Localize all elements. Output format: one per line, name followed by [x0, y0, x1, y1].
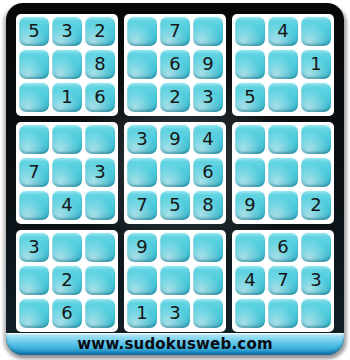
box-2-3: 92	[232, 122, 334, 224]
cell-r8c5[interactable]	[160, 265, 190, 295]
box-2-1: 734	[16, 122, 118, 224]
cell-r6c4[interactable]: 7	[127, 190, 157, 220]
cell-r2c4[interactable]	[127, 49, 157, 79]
cell-r1c6[interactable]	[193, 16, 223, 46]
cell-r8c7[interactable]: 4	[235, 265, 265, 295]
cell-r4c6[interactable]: 4	[193, 124, 223, 154]
cell-r7c2[interactable]	[52, 232, 82, 262]
cell-r4c3[interactable]	[85, 124, 115, 154]
cell-r3c2[interactable]: 1	[52, 82, 82, 112]
cell-r9c7[interactable]	[235, 298, 265, 328]
cell-r4c7[interactable]	[235, 124, 265, 154]
cell-r3c3[interactable]: 6	[85, 82, 115, 112]
cell-r8c4[interactable]	[127, 265, 157, 295]
cell-r8c8[interactable]: 7	[268, 265, 298, 295]
cell-r9c9[interactable]	[301, 298, 331, 328]
cell-r5c8[interactable]	[268, 157, 298, 187]
cell-r1c2[interactable]: 3	[52, 16, 82, 46]
cell-r1c5[interactable]: 7	[160, 16, 190, 46]
cell-r4c4[interactable]: 3	[127, 124, 157, 154]
box-3-2: 913	[124, 230, 226, 332]
cell-r6c8[interactable]	[268, 190, 298, 220]
cell-r7c4[interactable]: 9	[127, 232, 157, 262]
cell-r2c7[interactable]	[235, 49, 265, 79]
cell-r4c5[interactable]: 9	[160, 124, 190, 154]
cell-r5c7[interactable]	[235, 157, 265, 187]
box-1-1: 532816	[16, 14, 118, 116]
cell-r3c9[interactable]	[301, 82, 331, 112]
box-2-2: 3946758	[124, 122, 226, 224]
cell-r6c1[interactable]	[19, 190, 49, 220]
cell-r9c5[interactable]: 3	[160, 298, 190, 328]
cell-r9c1[interactable]	[19, 298, 49, 328]
cell-r5c5[interactable]	[160, 157, 190, 187]
cell-r4c2[interactable]	[52, 124, 82, 154]
cell-r5c3[interactable]: 3	[85, 157, 115, 187]
cell-r4c9[interactable]	[301, 124, 331, 154]
cell-r2c2[interactable]	[52, 49, 82, 79]
cell-r9c8[interactable]	[268, 298, 298, 328]
site-url[interactable]: www.sudokusweb.com	[77, 335, 272, 353]
cell-r2c1[interactable]	[19, 49, 49, 79]
cell-r9c6[interactable]	[193, 298, 223, 328]
cell-r2c6[interactable]: 9	[193, 49, 223, 79]
cell-r1c1[interactable]: 5	[19, 16, 49, 46]
footer-bar: www.sudokusweb.com	[6, 333, 344, 355]
cell-r3c5[interactable]: 2	[160, 82, 190, 112]
cell-r7c1[interactable]: 3	[19, 232, 49, 262]
cell-r2c9[interactable]: 1	[301, 49, 331, 79]
cell-r3c6[interactable]: 3	[193, 82, 223, 112]
cell-r6c5[interactable]: 5	[160, 190, 190, 220]
cell-r9c3[interactable]	[85, 298, 115, 328]
cell-r5c6[interactable]: 6	[193, 157, 223, 187]
cell-r6c3[interactable]	[85, 190, 115, 220]
cell-r4c8[interactable]	[268, 124, 298, 154]
cell-r3c1[interactable]	[19, 82, 49, 112]
cell-r1c8[interactable]: 4	[268, 16, 298, 46]
cell-r5c4[interactable]	[127, 157, 157, 187]
cell-r7c8[interactable]: 6	[268, 232, 298, 262]
cell-r7c3[interactable]	[85, 232, 115, 262]
cell-r5c1[interactable]: 7	[19, 157, 49, 187]
sudoku-widget: 532816769234157343946758923269136473 www…	[6, 3, 344, 355]
cell-r1c4[interactable]	[127, 16, 157, 46]
cell-r1c3[interactable]: 2	[85, 16, 115, 46]
cell-r6c9[interactable]: 2	[301, 190, 331, 220]
cell-r6c2[interactable]: 4	[52, 190, 82, 220]
cell-r6c7[interactable]: 9	[235, 190, 265, 220]
cell-r8c6[interactable]	[193, 265, 223, 295]
cell-r4c1[interactable]	[19, 124, 49, 154]
cell-r9c2[interactable]: 6	[52, 298, 82, 328]
cell-r7c9[interactable]	[301, 232, 331, 262]
cell-r8c3[interactable]	[85, 265, 115, 295]
box-3-3: 6473	[232, 230, 334, 332]
cell-r3c4[interactable]	[127, 82, 157, 112]
cell-r7c6[interactable]	[193, 232, 223, 262]
cell-r8c9[interactable]: 3	[301, 265, 331, 295]
box-1-3: 415	[232, 14, 334, 116]
cell-r5c2[interactable]	[52, 157, 82, 187]
cell-r2c3[interactable]: 8	[85, 49, 115, 79]
cell-r5c9[interactable]	[301, 157, 331, 187]
cell-r7c7[interactable]	[235, 232, 265, 262]
cell-r1c9[interactable]	[301, 16, 331, 46]
box-1-2: 76923	[124, 14, 226, 116]
cell-r3c8[interactable]	[268, 82, 298, 112]
cell-r7c5[interactable]	[160, 232, 190, 262]
cell-r8c2[interactable]: 2	[52, 265, 82, 295]
cell-r8c1[interactable]	[19, 265, 49, 295]
cell-r2c8[interactable]	[268, 49, 298, 79]
cell-r9c4[interactable]: 1	[127, 298, 157, 328]
box-3-1: 326	[16, 230, 118, 332]
cell-r3c7[interactable]: 5	[235, 82, 265, 112]
cell-r2c5[interactable]: 6	[160, 49, 190, 79]
cell-r6c6[interactable]: 8	[193, 190, 223, 220]
cell-r1c7[interactable]	[235, 16, 265, 46]
sudoku-board: 532816769234157343946758923269136473	[16, 14, 334, 332]
